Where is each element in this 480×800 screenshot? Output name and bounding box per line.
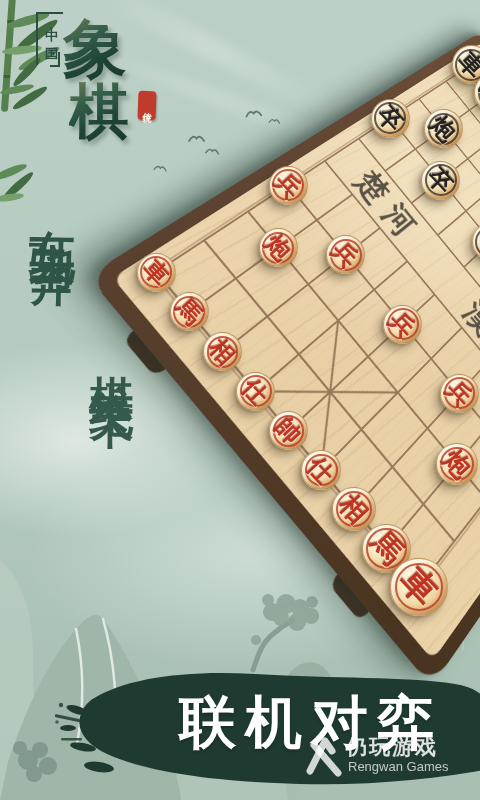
title-char-qi: 棋: [69, 82, 129, 142]
rengwan-logo-icon: [306, 735, 342, 779]
calligraphy-column-1: 车驰马奔: [22, 191, 85, 236]
bird-icon: [153, 159, 168, 175]
bamboo-stalk: [1, 0, 16, 112]
watermark-en: Rengwan Games: [348, 759, 448, 774]
bird-icon: [268, 113, 281, 126]
title-char-xiang: 象: [63, 18, 127, 82]
splash-screen: 中·国 象 棋 传统 车驰马奔 棋术绝天下: [0, 0, 480, 800]
bird-icon: [205, 142, 221, 159]
app-logo: 中·国 象 棋 传统: [30, 8, 180, 158]
bracket-frame-close: [50, 52, 60, 67]
watermark: 仍玩游戏 Rengwan Games: [300, 731, 472, 783]
tradition-seal: 传统: [137, 91, 156, 121]
watermark-cn: 仍玩游戏: [346, 733, 438, 761]
bird-icon: [188, 128, 205, 146]
tree-canopy: [251, 594, 319, 645]
shrub: [13, 741, 57, 782]
bird-icon: [244, 102, 263, 121]
